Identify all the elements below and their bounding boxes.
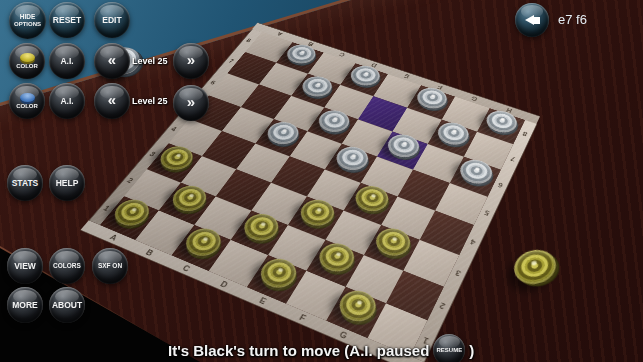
view-button[interactable]: VIEW bbox=[7, 248, 43, 284]
status-text-close-paren: ) bbox=[469, 342, 474, 359]
player2-level-up-button[interactable]: » bbox=[173, 85, 209, 121]
back-arrow-icon bbox=[525, 15, 540, 25]
colors-label: COLORS bbox=[53, 263, 81, 270]
player1-color-button[interactable]: COLOR bbox=[9, 43, 45, 79]
chevron-left-icon: « bbox=[108, 92, 116, 108]
player1-color-label: COLOR bbox=[16, 63, 38, 69]
status-bar: It's Black's turn to move (A.I. paused R… bbox=[168, 334, 474, 362]
resume-label: RESUME bbox=[437, 347, 463, 353]
about-button[interactable]: ABOUT bbox=[49, 287, 85, 323]
status-text: It's Black's turn to move (A.I. paused bbox=[168, 342, 429, 359]
chevron-right-icon: » bbox=[187, 52, 195, 68]
player1-level-label: Level 25 bbox=[132, 56, 168, 66]
chevron-right-icon: » bbox=[187, 94, 195, 110]
player2-color-label: COLOR bbox=[16, 103, 38, 109]
yellow-checker-icon bbox=[20, 53, 35, 62]
more-label: MORE bbox=[12, 301, 38, 310]
resume-button[interactable]: RESUME bbox=[433, 334, 465, 362]
hide-options-label-1: HIDE bbox=[20, 14, 36, 21]
reset-button[interactable]: RESET bbox=[49, 2, 85, 38]
sxf-toggle-button[interactable]: SXF ON bbox=[92, 248, 128, 284]
chevron-left-icon: « bbox=[108, 52, 116, 68]
hide-options-button[interactable]: HIDE OPTIONS bbox=[9, 2, 46, 39]
player2-level-label: Level 25 bbox=[132, 96, 168, 106]
blue-checker-icon bbox=[20, 93, 35, 102]
colors-button[interactable]: COLORS bbox=[49, 248, 85, 284]
player1-level-down-button[interactable]: « bbox=[94, 43, 130, 79]
more-button[interactable]: MORE bbox=[7, 287, 43, 323]
app-screen: 8877665544332211AABBCCDDEEFFGGHH HIDE OP… bbox=[0, 0, 643, 362]
reset-label: RESET bbox=[53, 16, 81, 25]
help-button[interactable]: HELP bbox=[49, 165, 85, 201]
view-label: VIEW bbox=[14, 262, 36, 271]
player1-level-up-button[interactable]: » bbox=[173, 43, 209, 79]
player2-color-button[interactable]: COLOR bbox=[9, 83, 45, 119]
about-label: ABOUT bbox=[52, 301, 82, 310]
stats-label: STATS bbox=[12, 179, 39, 188]
help-label: HELP bbox=[56, 179, 79, 188]
edit-button[interactable]: EDIT bbox=[94, 2, 130, 38]
hide-options-label-2: OPTIONS bbox=[14, 21, 41, 27]
player2-ai-label: A.I. bbox=[60, 97, 73, 106]
edit-label: EDIT bbox=[102, 16, 121, 25]
player1-ai-button[interactable]: A.I. bbox=[49, 43, 85, 79]
player2-ai-button[interactable]: A.I. bbox=[49, 83, 85, 119]
player2-level-down-button[interactable]: « bbox=[94, 83, 130, 119]
stats-button[interactable]: STATS bbox=[7, 165, 43, 201]
last-move-display: e7 f6 bbox=[558, 12, 587, 27]
player1-ai-label: A.I. bbox=[60, 57, 73, 66]
back-button[interactable] bbox=[515, 3, 549, 37]
sxf-label: SXF ON bbox=[98, 263, 122, 270]
